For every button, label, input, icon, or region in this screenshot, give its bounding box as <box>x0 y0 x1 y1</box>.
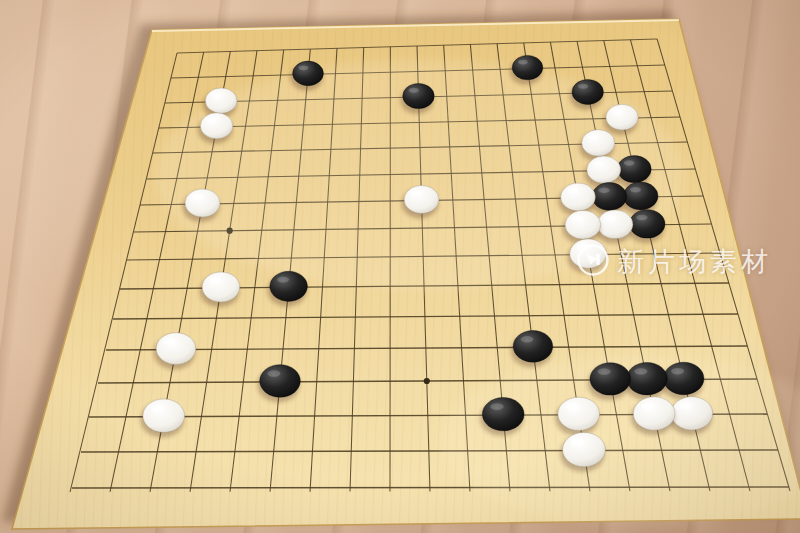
stone-highlight <box>490 403 503 410</box>
black-stone <box>590 363 631 395</box>
stone-highlight <box>588 134 599 139</box>
white-stone <box>205 88 237 113</box>
stone-highlight <box>411 190 422 196</box>
black-stone <box>629 210 665 238</box>
stone-highlight <box>211 92 221 97</box>
black-stone <box>592 183 627 211</box>
white-stone <box>558 397 600 430</box>
black-stone <box>512 55 543 79</box>
black-stone <box>260 365 301 397</box>
white-stone <box>561 183 596 211</box>
black-stone <box>663 362 704 394</box>
stone-highlight <box>641 403 654 410</box>
stone-highlight <box>671 368 684 374</box>
white-stone <box>565 211 601 239</box>
white-stone <box>587 156 621 183</box>
stone-highlight <box>518 60 528 65</box>
white-stone <box>582 130 615 156</box>
stone-highlight <box>207 117 217 122</box>
stone-highlight <box>634 368 647 374</box>
stone-highlight <box>604 215 615 221</box>
stone-highlight <box>164 338 177 344</box>
stone-highlight <box>267 370 280 376</box>
stone-highlight <box>593 161 604 166</box>
white-stone <box>200 113 232 139</box>
stone-highlight <box>599 187 610 193</box>
stone-highlight <box>299 65 309 70</box>
stone-highlight <box>572 216 583 222</box>
white-stone <box>633 397 675 430</box>
black-stone <box>293 61 324 86</box>
stone-highlight <box>578 84 588 89</box>
stone-highlight <box>571 438 585 445</box>
stone-highlight <box>209 277 221 283</box>
stone-highlight <box>567 188 578 194</box>
stone-highlight <box>277 277 289 283</box>
go-board <box>0 0 800 533</box>
white-stone <box>671 397 713 430</box>
white-stone <box>597 210 633 238</box>
stone-highlight <box>192 194 203 200</box>
white-stone <box>606 104 638 130</box>
white-stone <box>143 399 185 432</box>
stone-highlight <box>630 187 641 193</box>
white-stone <box>570 239 607 268</box>
black-stone <box>572 79 603 104</box>
stone-highlight <box>151 405 164 412</box>
white-stone <box>185 189 220 217</box>
stone-highlight <box>521 336 534 342</box>
stone-highlight <box>577 244 589 250</box>
stone-highlight <box>598 368 611 374</box>
photo-scene: 新片场素材 <box>0 0 800 533</box>
stone-highlight <box>612 109 622 114</box>
stone-highlight <box>409 88 419 93</box>
black-stone <box>627 362 668 394</box>
stone-highlight <box>636 215 647 221</box>
black-stone <box>513 331 553 363</box>
white-stone <box>404 186 439 214</box>
white-stone <box>563 432 606 466</box>
black-stone <box>403 83 435 108</box>
black-stone <box>270 271 308 301</box>
black-stone <box>623 182 658 210</box>
black-stone <box>617 156 651 183</box>
black-stone <box>482 397 524 430</box>
stone-highlight <box>566 403 579 410</box>
stone-highlight <box>624 160 635 165</box>
stone-highlight <box>679 403 692 410</box>
white-stone <box>202 272 240 302</box>
white-stone <box>156 333 196 365</box>
